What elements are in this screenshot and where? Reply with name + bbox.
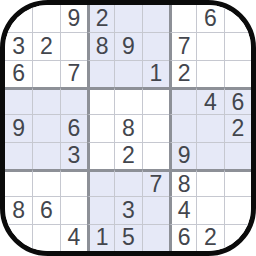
cell-r4c9[interactable]: 6 (224, 87, 251, 114)
cell-r4c7[interactable] (169, 87, 196, 114)
cell-r5c1[interactable]: 9 (5, 114, 32, 141)
cell-r7c1[interactable] (5, 169, 32, 196)
cell-r6c6[interactable] (142, 142, 169, 169)
cell-r1c3[interactable]: 9 (60, 5, 87, 32)
cell-r1c4[interactable]: 2 (87, 5, 114, 32)
cell-r8c3[interactable] (60, 196, 87, 223)
cell-r7c2[interactable] (32, 169, 59, 196)
cell-r5c3[interactable]: 6 (60, 114, 87, 141)
cell-r7c4[interactable] (87, 169, 114, 196)
cell-r3c2[interactable] (32, 60, 59, 87)
cell-r9c3[interactable]: 4 (60, 224, 87, 251)
cell-r3c5[interactable] (114, 60, 141, 87)
cell-r1c8[interactable]: 6 (196, 5, 223, 32)
cell-r3c3[interactable]: 7 (60, 60, 87, 87)
cell-r2c5[interactable]: 9 (114, 32, 141, 59)
cell-r2c8[interactable] (196, 32, 223, 59)
cell-r7c9[interactable] (224, 169, 251, 196)
cell-r7c5[interactable] (114, 169, 141, 196)
cell-r6c1[interactable] (5, 142, 32, 169)
cell-r5c8[interactable] (196, 114, 223, 141)
cell-r5c4[interactable] (87, 114, 114, 141)
cell-r6c2[interactable] (32, 142, 59, 169)
cell-r5c2[interactable] (32, 114, 59, 141)
cell-r6c3[interactable]: 3 (60, 142, 87, 169)
cell-r2c2[interactable]: 2 (32, 32, 59, 59)
cell-r9c6[interactable] (142, 224, 169, 251)
cell-r7c6[interactable]: 7 (142, 169, 169, 196)
cell-r1c9[interactable] (224, 5, 251, 32)
cell-r6c8[interactable] (196, 142, 223, 169)
cell-r8c7[interactable]: 4 (169, 196, 196, 223)
cell-r3c6[interactable]: 1 (142, 60, 169, 87)
cell-r9c4[interactable]: 1 (87, 224, 114, 251)
cell-r8c6[interactable] (142, 196, 169, 223)
cell-r2c9[interactable] (224, 32, 251, 59)
cell-r3c4[interactable] (87, 60, 114, 87)
cell-r6c9[interactable] (224, 142, 251, 169)
cell-r7c8[interactable] (196, 169, 223, 196)
cell-r9c1[interactable] (5, 224, 32, 251)
cell-r8c9[interactable] (224, 196, 251, 223)
cell-r7c3[interactable] (60, 169, 87, 196)
cell-r2c6[interactable] (142, 32, 169, 59)
cell-r4c5[interactable] (114, 87, 141, 114)
cell-r5c7[interactable] (169, 114, 196, 141)
cell-r5c6[interactable] (142, 114, 169, 141)
cell-r3c8[interactable] (196, 60, 223, 87)
cell-r1c5[interactable] (114, 5, 141, 32)
cell-r6c7[interactable]: 9 (169, 142, 196, 169)
cell-r7c7[interactable]: 8 (169, 169, 196, 196)
cell-r2c4[interactable]: 8 (87, 32, 114, 59)
cell-r3c7[interactable]: 2 (169, 60, 196, 87)
cell-r8c1[interactable]: 8 (5, 196, 32, 223)
sudoku-app-icon[interactable]: 92632897671246968232978863441562 (0, 0, 256, 256)
cell-r2c7[interactable]: 7 (169, 32, 196, 59)
cell-r9c9[interactable] (224, 224, 251, 251)
cell-r1c1[interactable] (5, 5, 32, 32)
cell-r4c6[interactable] (142, 87, 169, 114)
cell-r6c4[interactable] (87, 142, 114, 169)
cell-r4c4[interactable] (87, 87, 114, 114)
cell-r8c5[interactable]: 3 (114, 196, 141, 223)
cell-r4c3[interactable] (60, 87, 87, 114)
cell-r3c9[interactable] (224, 60, 251, 87)
cell-r3c1[interactable]: 6 (5, 60, 32, 87)
sudoku-board: 92632897671246968232978863441562 (5, 5, 251, 251)
cell-r9c7[interactable]: 6 (169, 224, 196, 251)
cell-r4c8[interactable]: 4 (196, 87, 223, 114)
cell-r5c5[interactable]: 8 (114, 114, 141, 141)
cell-r1c7[interactable] (169, 5, 196, 32)
cell-r1c6[interactable] (142, 5, 169, 32)
cell-r4c2[interactable] (32, 87, 59, 114)
cell-r8c2[interactable]: 6 (32, 196, 59, 223)
cell-r8c4[interactable] (87, 196, 114, 223)
cell-r5c9[interactable]: 2 (224, 114, 251, 141)
cell-r2c1[interactable]: 3 (5, 32, 32, 59)
cell-r4c1[interactable] (5, 87, 32, 114)
cell-r9c8[interactable]: 2 (196, 224, 223, 251)
cell-r9c5[interactable]: 5 (114, 224, 141, 251)
cell-r1c2[interactable] (32, 5, 59, 32)
page-background: 92632897671246968232978863441562 (0, 0, 256, 256)
cell-r8c8[interactable] (196, 196, 223, 223)
cell-r6c5[interactable]: 2 (114, 142, 141, 169)
cell-r2c3[interactable] (60, 32, 87, 59)
cell-r9c2[interactable] (32, 224, 59, 251)
